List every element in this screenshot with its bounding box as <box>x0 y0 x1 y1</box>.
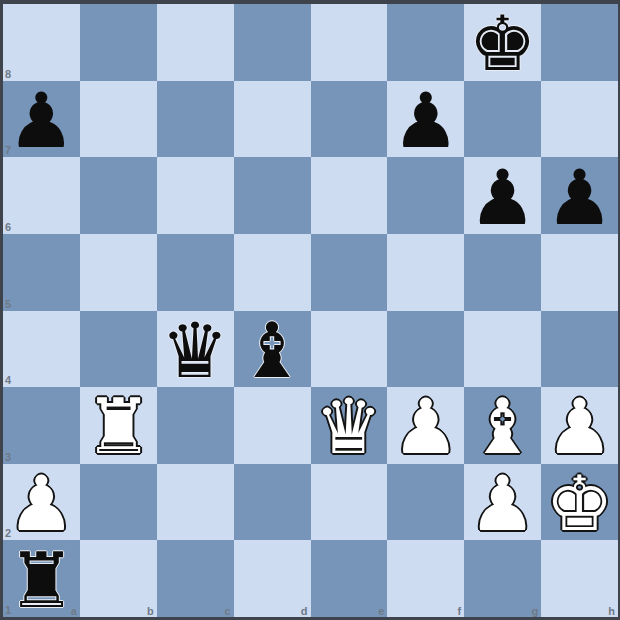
square-c1[interactable]: c <box>157 540 234 617</box>
square-h7[interactable] <box>541 81 618 158</box>
square-d4[interactable]: ♝ <box>234 311 311 388</box>
square-f3[interactable]: ♟ <box>387 387 464 464</box>
square-h2[interactable]: ♚ <box>541 464 618 541</box>
file-label-b: b <box>147 605 154 617</box>
square-f5[interactable] <box>387 234 464 311</box>
square-h8[interactable] <box>541 4 618 81</box>
black-bishop[interactable]: ♝ <box>238 313 306 389</box>
black-king[interactable]: ♚ <box>469 6 537 82</box>
square-b4[interactable] <box>80 311 157 388</box>
square-e7[interactable] <box>311 81 388 158</box>
black-pawn[interactable]: ♟ <box>7 83 75 159</box>
rank-label-6: 6 <box>5 221 11 233</box>
square-a8[interactable]: 8 <box>3 4 80 81</box>
square-c6[interactable] <box>157 157 234 234</box>
square-d6[interactable] <box>234 157 311 234</box>
square-f8[interactable] <box>387 4 464 81</box>
square-g1[interactable]: g <box>464 540 541 617</box>
square-g4[interactable] <box>464 311 541 388</box>
square-b3[interactable]: ♜ <box>80 387 157 464</box>
chess-board: 8♚♟7♟6♟♟54♛♝3♜♛♟♝♟♟2♟♚♜1abcdefgh <box>3 4 618 617</box>
black-pawn[interactable]: ♟ <box>469 160 537 236</box>
square-a1[interactable]: ♜1a <box>3 540 80 617</box>
square-e4[interactable] <box>311 311 388 388</box>
square-g5[interactable] <box>464 234 541 311</box>
white-bishop[interactable]: ♝ <box>469 389 537 465</box>
square-a6[interactable]: 6 <box>3 157 80 234</box>
square-a3[interactable]: 3 <box>3 387 80 464</box>
white-rook[interactable]: ♜ <box>84 389 152 465</box>
square-d7[interactable] <box>234 81 311 158</box>
square-h6[interactable]: ♟ <box>541 157 618 234</box>
square-c7[interactable] <box>157 81 234 158</box>
square-g3[interactable]: ♝ <box>464 387 541 464</box>
square-f2[interactable] <box>387 464 464 541</box>
file-label-e: e <box>378 605 384 617</box>
white-pawn[interactable]: ♟ <box>392 389 460 465</box>
square-d1[interactable]: d <box>234 540 311 617</box>
square-g7[interactable] <box>464 81 541 158</box>
square-c4[interactable]: ♛ <box>157 311 234 388</box>
black-pawn[interactable]: ♟ <box>392 83 460 159</box>
black-pawn[interactable]: ♟ <box>545 160 613 236</box>
square-b7[interactable] <box>80 81 157 158</box>
square-b8[interactable] <box>80 4 157 81</box>
file-label-c: c <box>225 605 231 617</box>
square-e5[interactable] <box>311 234 388 311</box>
board-frame: 8♚♟7♟6♟♟54♛♝3♜♛♟♝♟♟2♟♚♜1abcdefgh <box>0 0 620 620</box>
square-e6[interactable] <box>311 157 388 234</box>
square-h5[interactable] <box>541 234 618 311</box>
rank-label-5: 5 <box>5 298 11 310</box>
square-g2[interactable]: ♟ <box>464 464 541 541</box>
file-label-d: d <box>301 605 308 617</box>
square-h4[interactable] <box>541 311 618 388</box>
square-f6[interactable] <box>387 157 464 234</box>
square-h3[interactable]: ♟ <box>541 387 618 464</box>
file-label-h: h <box>608 605 615 617</box>
square-a5[interactable]: 5 <box>3 234 80 311</box>
file-label-g: g <box>531 605 538 617</box>
white-king[interactable]: ♚ <box>545 466 613 542</box>
square-f4[interactable] <box>387 311 464 388</box>
square-e1[interactable]: e <box>311 540 388 617</box>
square-d8[interactable] <box>234 4 311 81</box>
square-b2[interactable] <box>80 464 157 541</box>
square-h1[interactable]: h <box>541 540 618 617</box>
white-pawn[interactable]: ♟ <box>545 389 613 465</box>
square-b6[interactable] <box>80 157 157 234</box>
square-a2[interactable]: ♟2 <box>3 464 80 541</box>
square-e2[interactable] <box>311 464 388 541</box>
square-c5[interactable] <box>157 234 234 311</box>
white-pawn[interactable]: ♟ <box>469 466 537 542</box>
black-rook[interactable]: ♜ <box>7 543 75 619</box>
square-f1[interactable]: f <box>387 540 464 617</box>
square-e3[interactable]: ♛ <box>311 387 388 464</box>
square-d5[interactable] <box>234 234 311 311</box>
square-d3[interactable] <box>234 387 311 464</box>
square-a4[interactable]: 4 <box>3 311 80 388</box>
square-b5[interactable] <box>80 234 157 311</box>
square-f7[interactable]: ♟ <box>387 81 464 158</box>
square-a7[interactable]: ♟7 <box>3 81 80 158</box>
black-queen[interactable]: ♛ <box>161 313 229 389</box>
rank-label-4: 4 <box>5 374 11 386</box>
square-b1[interactable]: b <box>80 540 157 617</box>
white-pawn[interactable]: ♟ <box>7 466 75 542</box>
square-g6[interactable]: ♟ <box>464 157 541 234</box>
square-c2[interactable] <box>157 464 234 541</box>
square-g8[interactable]: ♚ <box>464 4 541 81</box>
square-c8[interactable] <box>157 4 234 81</box>
square-c3[interactable] <box>157 387 234 464</box>
square-d2[interactable] <box>234 464 311 541</box>
square-e8[interactable] <box>311 4 388 81</box>
white-queen[interactable]: ♛ <box>315 389 383 465</box>
file-label-f: f <box>458 605 462 617</box>
